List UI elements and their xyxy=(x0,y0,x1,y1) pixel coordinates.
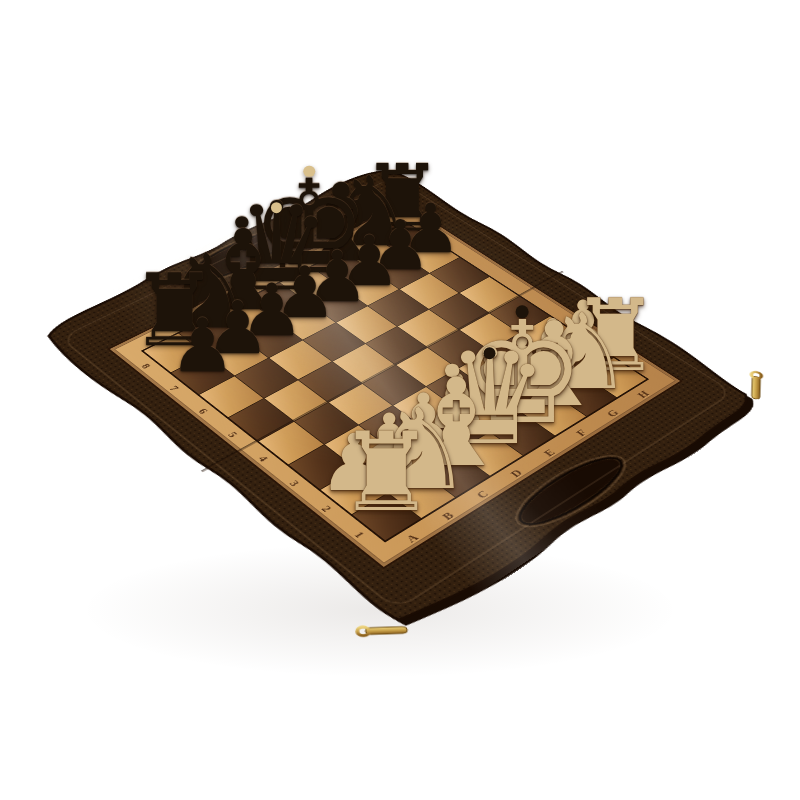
piece-white-rook-a1[interactable]: ♜ xyxy=(338,418,436,527)
brass-latch-near-corner xyxy=(357,626,408,636)
rank-label-3: 3 xyxy=(273,472,314,497)
dark-finial xyxy=(516,306,529,319)
rank-label-5: 5 xyxy=(211,424,252,447)
brass-latch-right-corner xyxy=(751,371,762,399)
piece-black-pawn-a7[interactable]: ♟ xyxy=(170,310,236,384)
rank-label-4: 4 xyxy=(242,447,283,471)
product-photo-stage: ABCDEFGH 87654321 ♜♞♝♛♚♝♞♜♟♟♟♟♟♟♟♟♟♟♟♟♟♟… xyxy=(0,0,800,800)
rank-label-6: 6 xyxy=(182,400,222,423)
